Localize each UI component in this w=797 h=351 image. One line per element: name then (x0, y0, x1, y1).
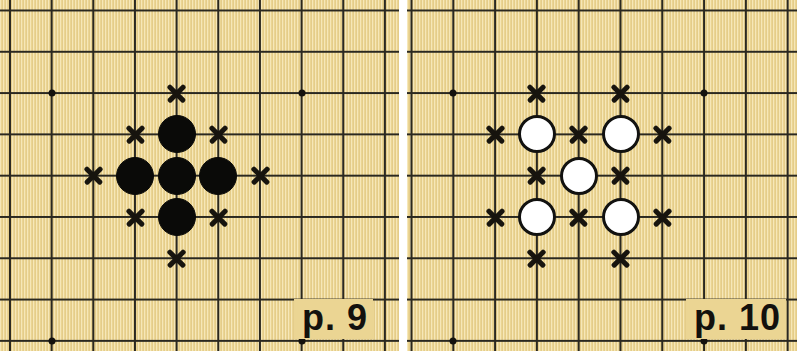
star-point (48, 337, 55, 344)
black-stone (158, 157, 196, 195)
liberty-mark-icon (252, 167, 269, 184)
liberty-mark-icon (528, 167, 545, 184)
white-stone (560, 157, 598, 195)
liberty-mark-icon (168, 85, 185, 102)
white-stone (518, 198, 556, 236)
star-point (48, 90, 55, 97)
liberty-mark-icon (528, 250, 545, 267)
liberty-mark-icon (127, 126, 144, 143)
liberty-mark-icon (528, 85, 545, 102)
liberty-mark-icon (612, 85, 629, 102)
black-stone (158, 198, 196, 236)
white-stone (602, 198, 640, 236)
liberty-mark-icon (487, 126, 504, 143)
panel-divider (399, 0, 407, 351)
white-stone (602, 115, 640, 153)
liberty-mark-icon (570, 209, 587, 226)
star-point (298, 90, 305, 97)
liberty-mark-icon (210, 209, 227, 226)
white-stone (518, 115, 556, 153)
star-point (450, 90, 457, 97)
page-reference-label: p. 10 (686, 299, 786, 339)
liberty-mark-icon (487, 209, 504, 226)
black-stone (199, 157, 237, 195)
star-point (450, 337, 457, 344)
liberty-mark-icon (654, 126, 671, 143)
liberty-mark-icon (168, 250, 185, 267)
star-point (701, 90, 708, 97)
go-diagram-pair: p. 9 p. 10 (0, 0, 797, 351)
liberty-mark-icon (127, 209, 144, 226)
black-stone (158, 115, 196, 153)
black-stone (116, 157, 154, 195)
liberty-mark-icon (612, 167, 629, 184)
liberty-mark-icon (85, 167, 102, 184)
go-board-diagram-1: p. 9 (0, 0, 399, 351)
liberty-mark-icon (612, 250, 629, 267)
liberty-mark-icon (654, 209, 671, 226)
liberty-mark-icon (570, 126, 587, 143)
liberty-mark-icon (210, 126, 227, 143)
page-reference-label: p. 9 (294, 299, 373, 339)
go-board-diagram-2: p. 10 (407, 0, 797, 351)
